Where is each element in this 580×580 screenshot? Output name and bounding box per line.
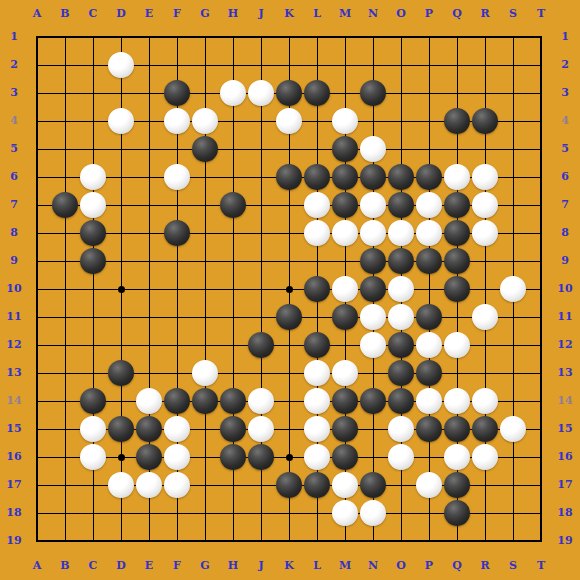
col-label-top-B: B (51, 5, 79, 23)
col-label-top-E: E (135, 5, 163, 23)
row-label-right-3: 3 (551, 84, 579, 102)
col-label-bottom-R: R (471, 557, 499, 575)
black-stone-R4 (472, 108, 498, 134)
row-label-left-2: 2 (0, 56, 28, 74)
black-stone-M11 (332, 304, 358, 330)
black-stone-G14 (192, 388, 218, 414)
white-stone-P7 (416, 192, 442, 218)
white-stone-Q12 (444, 332, 470, 358)
black-stone-E16 (136, 444, 162, 470)
black-stone-P6 (416, 164, 442, 190)
hoshi-D16 (118, 454, 125, 461)
white-stone-N5 (360, 136, 386, 162)
black-stone-N9 (360, 248, 386, 274)
row-label-right-1: 1 (551, 28, 579, 46)
white-stone-D4 (108, 108, 134, 134)
white-stone-D2 (108, 52, 134, 78)
white-stone-F15 (164, 416, 190, 442)
row-label-right-15: 15 (551, 420, 579, 438)
white-stone-P14 (416, 388, 442, 414)
black-stone-N3 (360, 80, 386, 106)
white-stone-O16 (388, 444, 414, 470)
black-stone-J16 (248, 444, 274, 470)
row-label-left-7: 7 (0, 196, 28, 214)
row-label-left-15: 15 (0, 420, 28, 438)
white-stone-C7 (80, 192, 106, 218)
black-stone-N17 (360, 472, 386, 498)
black-stone-M15 (332, 416, 358, 442)
black-stone-C14 (80, 388, 106, 414)
white-stone-M13 (332, 360, 358, 386)
row-label-left-1: 1 (0, 28, 28, 46)
black-stone-L3 (304, 80, 330, 106)
black-stone-Q4 (444, 108, 470, 134)
white-stone-N7 (360, 192, 386, 218)
col-label-top-L: L (303, 5, 331, 23)
black-stone-E15 (136, 416, 162, 442)
black-stone-C9 (80, 248, 106, 274)
black-stone-F14 (164, 388, 190, 414)
col-label-top-P: P (415, 5, 443, 23)
col-label-top-C: C (79, 5, 107, 23)
white-stone-O8 (388, 220, 414, 246)
col-label-bottom-J: J (247, 557, 275, 575)
white-stone-Q6 (444, 164, 470, 190)
white-stone-M4 (332, 108, 358, 134)
white-stone-F6 (164, 164, 190, 190)
row-label-right-8: 8 (551, 224, 579, 242)
white-stone-F17 (164, 472, 190, 498)
row-label-left-12: 12 (0, 336, 28, 354)
black-stone-J12 (248, 332, 274, 358)
row-label-left-13: 13 (0, 364, 28, 382)
white-stone-M17 (332, 472, 358, 498)
row-label-right-14: 14 (551, 392, 579, 410)
row-label-left-5: 5 (0, 140, 28, 158)
white-stone-R14 (472, 388, 498, 414)
white-stone-G4 (192, 108, 218, 134)
col-label-bottom-G: G (191, 557, 219, 575)
black-stone-K3 (276, 80, 302, 106)
white-stone-M8 (332, 220, 358, 246)
white-stone-C6 (80, 164, 106, 190)
col-label-top-F: F (163, 5, 191, 23)
white-stone-P8 (416, 220, 442, 246)
white-stone-H3 (220, 80, 246, 106)
col-label-top-J: J (247, 5, 275, 23)
white-stone-Q16 (444, 444, 470, 470)
white-stone-P12 (416, 332, 442, 358)
col-label-top-S: S (499, 5, 527, 23)
white-stone-O10 (388, 276, 414, 302)
row-label-left-19: 19 (0, 532, 28, 550)
black-stone-D15 (108, 416, 134, 442)
row-label-right-7: 7 (551, 196, 579, 214)
white-stone-J15 (248, 416, 274, 442)
row-label-left-18: 18 (0, 504, 28, 522)
row-label-right-2: 2 (551, 56, 579, 74)
hoshi-K10 (286, 286, 293, 293)
black-stone-Q7 (444, 192, 470, 218)
row-label-right-19: 19 (551, 532, 579, 550)
row-label-right-12: 12 (551, 336, 579, 354)
col-label-bottom-B: B (51, 557, 79, 575)
white-stone-L14 (304, 388, 330, 414)
white-stone-L16 (304, 444, 330, 470)
col-label-top-Q: Q (443, 5, 471, 23)
black-stone-O6 (388, 164, 414, 190)
black-stone-Q18 (444, 500, 470, 526)
row-label-left-4: 4 (0, 112, 28, 130)
col-label-top-G: G (191, 5, 219, 23)
col-label-bottom-M: M (331, 557, 359, 575)
black-stone-Q15 (444, 416, 470, 442)
black-stone-R15 (472, 416, 498, 442)
col-label-bottom-F: F (163, 557, 191, 575)
black-stone-M16 (332, 444, 358, 470)
black-stone-Q9 (444, 248, 470, 274)
white-stone-D17 (108, 472, 134, 498)
black-stone-G5 (192, 136, 218, 162)
black-stone-P15 (416, 416, 442, 442)
white-stone-P17 (416, 472, 442, 498)
black-stone-L10 (304, 276, 330, 302)
black-stone-O14 (388, 388, 414, 414)
white-stone-L7 (304, 192, 330, 218)
black-stone-O13 (388, 360, 414, 386)
col-label-bottom-P: P (415, 557, 443, 575)
col-label-bottom-E: E (135, 557, 163, 575)
white-stone-S10 (500, 276, 526, 302)
black-stone-L17 (304, 472, 330, 498)
white-stone-E17 (136, 472, 162, 498)
row-label-left-8: 8 (0, 224, 28, 242)
black-stone-O7 (388, 192, 414, 218)
white-stone-M18 (332, 500, 358, 526)
white-stone-L15 (304, 416, 330, 442)
col-label-bottom-D: D (107, 557, 135, 575)
row-label-right-13: 13 (551, 364, 579, 382)
col-label-bottom-A: A (23, 557, 51, 575)
row-label-right-5: 5 (551, 140, 579, 158)
row-label-left-16: 16 (0, 448, 28, 466)
white-stone-R7 (472, 192, 498, 218)
white-stone-C16 (80, 444, 106, 470)
white-stone-C15 (80, 416, 106, 442)
col-label-top-R: R (471, 5, 499, 23)
row-label-right-4: 4 (551, 112, 579, 130)
black-stone-H16 (220, 444, 246, 470)
row-label-left-6: 6 (0, 168, 28, 186)
col-label-top-A: A (23, 5, 51, 23)
black-stone-Q8 (444, 220, 470, 246)
white-stone-J14 (248, 388, 274, 414)
black-stone-L12 (304, 332, 330, 358)
row-label-right-10: 10 (551, 280, 579, 298)
row-label-left-9: 9 (0, 252, 28, 270)
row-label-right-16: 16 (551, 448, 579, 466)
white-stone-L8 (304, 220, 330, 246)
col-label-bottom-C: C (79, 557, 107, 575)
col-label-top-D: D (107, 5, 135, 23)
black-stone-P11 (416, 304, 442, 330)
row-label-left-3: 3 (0, 84, 28, 102)
white-stone-K4 (276, 108, 302, 134)
white-stone-R11 (472, 304, 498, 330)
black-stone-C8 (80, 220, 106, 246)
white-stone-G13 (192, 360, 218, 386)
white-stone-L13 (304, 360, 330, 386)
white-stone-N12 (360, 332, 386, 358)
black-stone-K6 (276, 164, 302, 190)
row-label-right-11: 11 (551, 308, 579, 326)
black-stone-H7 (220, 192, 246, 218)
black-stone-K17 (276, 472, 302, 498)
black-stone-H14 (220, 388, 246, 414)
row-label-right-18: 18 (551, 504, 579, 522)
white-stone-M10 (332, 276, 358, 302)
white-stone-R16 (472, 444, 498, 470)
row-label-right-6: 6 (551, 168, 579, 186)
black-stone-N14 (360, 388, 386, 414)
black-stone-O12 (388, 332, 414, 358)
white-stone-N18 (360, 500, 386, 526)
black-stone-Q17 (444, 472, 470, 498)
black-stone-O9 (388, 248, 414, 274)
black-stone-N10 (360, 276, 386, 302)
white-stone-Q14 (444, 388, 470, 414)
white-stone-O11 (388, 304, 414, 330)
col-label-top-N: N (359, 5, 387, 23)
col-label-top-O: O (387, 5, 415, 23)
white-stone-J3 (248, 80, 274, 106)
black-stone-M6 (332, 164, 358, 190)
black-stone-N6 (360, 164, 386, 190)
white-stone-N11 (360, 304, 386, 330)
black-stone-H15 (220, 416, 246, 442)
white-stone-S15 (500, 416, 526, 442)
col-label-bottom-L: L (303, 557, 331, 575)
black-stone-M7 (332, 192, 358, 218)
col-label-bottom-S: S (499, 557, 527, 575)
black-stone-D13 (108, 360, 134, 386)
col-label-top-T: T (527, 5, 555, 23)
row-label-left-10: 10 (0, 280, 28, 298)
row-label-left-17: 17 (0, 476, 28, 494)
col-label-bottom-H: H (219, 557, 247, 575)
col-label-bottom-Q: Q (443, 557, 471, 575)
black-stone-P9 (416, 248, 442, 274)
white-stone-R6 (472, 164, 498, 190)
col-label-top-H: H (219, 5, 247, 23)
col-label-bottom-N: N (359, 557, 387, 575)
white-stone-F16 (164, 444, 190, 470)
col-label-bottom-T: T (527, 557, 555, 575)
black-stone-L6 (304, 164, 330, 190)
black-stone-Q10 (444, 276, 470, 302)
white-stone-R8 (472, 220, 498, 246)
row-label-left-14: 14 (0, 392, 28, 410)
row-label-left-11: 11 (0, 308, 28, 326)
black-stone-K11 (276, 304, 302, 330)
row-label-right-17: 17 (551, 476, 579, 494)
col-label-bottom-K: K (275, 557, 303, 575)
black-stone-B7 (52, 192, 78, 218)
white-stone-O15 (388, 416, 414, 442)
go-board-screen: AABBCCDDEEFFGGHHJJKKLLMMNNOOPPQQRRSSTT11… (0, 0, 580, 580)
white-stone-E14 (136, 388, 162, 414)
black-stone-F3 (164, 80, 190, 106)
hoshi-D10 (118, 286, 125, 293)
row-label-right-9: 9 (551, 252, 579, 270)
white-stone-N8 (360, 220, 386, 246)
black-stone-M14 (332, 388, 358, 414)
col-label-top-M: M (331, 5, 359, 23)
col-label-top-K: K (275, 5, 303, 23)
hoshi-K16 (286, 454, 293, 461)
col-label-bottom-O: O (387, 557, 415, 575)
black-stone-M5 (332, 136, 358, 162)
black-stone-P13 (416, 360, 442, 386)
white-stone-F4 (164, 108, 190, 134)
black-stone-F8 (164, 220, 190, 246)
